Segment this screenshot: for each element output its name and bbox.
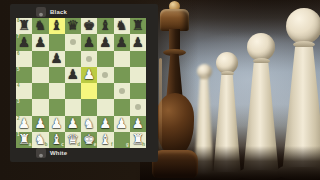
- square-a2[interactable]: 2♟: [16, 116, 32, 132]
- piece-white-pawn[interactable]: ♟: [83, 68, 95, 82]
- square-c5[interactable]: [49, 67, 65, 83]
- square-f2[interactable]: ♟: [97, 116, 113, 132]
- piece-black-pawn[interactable]: ♟: [18, 36, 30, 50]
- square-c8[interactable]: ♝: [49, 18, 65, 34]
- piece-white-king[interactable]: ♚: [83, 133, 95, 147]
- square-c6[interactable]: ♟: [49, 51, 65, 67]
- piece-white-pawn[interactable]: ♟: [67, 117, 79, 131]
- piece-black-pawn[interactable]: ♟: [67, 68, 79, 82]
- square-h7[interactable]: ♟: [130, 34, 146, 50]
- square-h5[interactable]: [130, 67, 146, 83]
- square-d4[interactable]: [65, 83, 81, 99]
- move-hint-dot: [86, 56, 92, 62]
- square-f1[interactable]: f♝: [97, 132, 113, 148]
- player-avatar-white[interactable]: [36, 148, 46, 158]
- chess-app-panel: Black 8♜♞♝♛♚♝♞♜7♟♟♟♟♟♟6♟5♟♟432♟♟♟♟♞♟♟♟1a…: [10, 4, 158, 162]
- piece-white-knight[interactable]: ♞: [34, 133, 46, 147]
- square-e5[interactable]: ♟: [81, 67, 97, 83]
- player-row-black: Black: [36, 7, 67, 17]
- piece-black-pawn[interactable]: ♟: [34, 36, 46, 50]
- square-b5[interactable]: [32, 67, 48, 83]
- coord-rank-4: 4: [17, 84, 20, 89]
- square-d6[interactable]: [65, 51, 81, 67]
- piece-white-pawn[interactable]: ♟: [99, 117, 111, 131]
- square-e3[interactable]: [81, 99, 97, 115]
- piece-white-pawn[interactable]: ♟: [116, 117, 128, 131]
- square-d3[interactable]: [65, 99, 81, 115]
- player-avatar-black[interactable]: [36, 7, 46, 17]
- piece-black-king[interactable]: ♚: [83, 19, 95, 33]
- piece-black-pawn[interactable]: ♟: [99, 36, 111, 50]
- square-f3[interactable]: [97, 99, 113, 115]
- player-row-white: White: [36, 148, 67, 158]
- piece-black-pawn[interactable]: ♟: [83, 36, 95, 50]
- square-e6[interactable]: [81, 51, 97, 67]
- square-h3[interactable]: [130, 99, 146, 115]
- piece-black-knight[interactable]: ♞: [34, 19, 46, 33]
- square-b7[interactable]: ♟: [32, 34, 48, 50]
- square-a7[interactable]: 7♟: [16, 34, 32, 50]
- square-a1[interactable]: 1a♜: [16, 132, 32, 148]
- chess-board[interactable]: 8♜♞♝♛♚♝♞♜7♟♟♟♟♟♟6♟5♟♟432♟♟♟♟♞♟♟♟1a♜b♞c♝d…: [16, 18, 146, 148]
- square-a5[interactable]: 5: [16, 67, 32, 83]
- piece-white-queen[interactable]: ♛: [67, 133, 79, 147]
- square-g5[interactable]: [114, 67, 130, 83]
- square-f6[interactable]: [97, 51, 113, 67]
- square-g1[interactable]: g: [114, 132, 130, 148]
- square-d5[interactable]: ♟: [65, 67, 81, 83]
- square-f8[interactable]: ♝: [97, 18, 113, 34]
- square-b8[interactable]: ♞: [32, 18, 48, 34]
- square-c2[interactable]: ♟: [49, 116, 65, 132]
- square-f4[interactable]: [97, 83, 113, 99]
- coord-file-g: g: [126, 143, 129, 148]
- piece-black-bishop[interactable]: ♝: [51, 19, 63, 33]
- square-b3[interactable]: [32, 99, 48, 115]
- piece-white-bishop[interactable]: ♝: [51, 133, 63, 147]
- square-a8[interactable]: 8♜: [16, 18, 32, 34]
- piece-white-pawn[interactable]: ♟: [18, 117, 30, 131]
- user-icon: [36, 152, 46, 158]
- piece-black-rook[interactable]: ♜: [18, 19, 30, 33]
- square-b2[interactable]: ♟: [32, 116, 48, 132]
- king-highlight: [159, 58, 162, 150]
- piece-white-pawn[interactable]: ♟: [34, 117, 46, 131]
- square-g6[interactable]: [114, 51, 130, 67]
- pawn-collar: [293, 41, 315, 48]
- square-c7[interactable]: [49, 34, 65, 50]
- square-f7[interactable]: ♟: [97, 34, 113, 50]
- square-f5[interactable]: [97, 67, 113, 83]
- pawn-head: [286, 8, 320, 44]
- square-h6[interactable]: [130, 51, 146, 67]
- square-e2[interactable]: ♞: [81, 116, 97, 132]
- coord-rank-5: 5: [17, 68, 20, 73]
- player-name-white: White: [50, 148, 67, 158]
- piece-white-bishop[interactable]: ♝: [99, 133, 111, 147]
- piece-black-knight[interactable]: ♞: [116, 19, 128, 33]
- square-g3[interactable]: [114, 99, 130, 115]
- square-h1[interactable]: h♜: [130, 132, 146, 148]
- screenshot-root: Black 8♜♞♝♛♚♝♞♜7♟♟♟♟♟♟6♟5♟♟432♟♟♟♟♞♟♟♟1a…: [0, 0, 320, 180]
- square-g2[interactable]: ♟: [114, 116, 130, 132]
- move-hint-dot: [102, 72, 108, 78]
- square-e7[interactable]: ♟: [81, 34, 97, 50]
- user-icon: [36, 11, 46, 17]
- square-d2[interactable]: ♟: [65, 116, 81, 132]
- square-e4[interactable]: [81, 83, 97, 99]
- square-b6[interactable]: [32, 51, 48, 67]
- square-c4[interactable]: [49, 83, 65, 99]
- piece-white-rook[interactable]: ♜: [132, 133, 144, 147]
- piece-black-pawn[interactable]: ♟: [132, 36, 144, 50]
- square-g4[interactable]: [114, 83, 130, 99]
- piece-white-pawn[interactable]: ♟: [132, 117, 144, 131]
- square-e1[interactable]: e♚: [81, 132, 97, 148]
- piece-white-pawn[interactable]: ♟: [51, 117, 63, 131]
- square-b4[interactable]: [32, 83, 48, 99]
- piece-white-knight[interactable]: ♞: [83, 117, 95, 131]
- coord-rank-6: 6: [17, 52, 20, 57]
- king-crown: [160, 9, 189, 31]
- piece-white-rook[interactable]: ♜: [18, 133, 30, 147]
- move-hint-dot: [135, 104, 141, 110]
- square-c3[interactable]: [49, 99, 65, 115]
- piece-black-queen[interactable]: ♛: [67, 19, 79, 33]
- piece-black-pawn[interactable]: ♟: [51, 52, 63, 66]
- square-c1[interactable]: c♝: [49, 132, 65, 148]
- coord-rank-3: 3: [17, 100, 20, 105]
- pawn-head: [247, 33, 275, 61]
- piece-black-bishop[interactable]: ♝: [99, 19, 111, 33]
- square-a4[interactable]: 4: [16, 83, 32, 99]
- king-stem: [165, 54, 184, 96]
- move-hint-dot: [119, 88, 125, 94]
- king-base: [152, 150, 198, 178]
- square-h4[interactable]: [130, 83, 146, 99]
- square-a6[interactable]: 6: [16, 51, 32, 67]
- square-h2[interactable]: ♟: [130, 116, 146, 132]
- square-d7[interactable]: [65, 34, 81, 50]
- square-d1[interactable]: d♛: [65, 132, 81, 148]
- square-h8[interactable]: ♜: [130, 18, 146, 34]
- square-e8[interactable]: ♚: [81, 18, 97, 34]
- piece-black-rook[interactable]: ♜: [132, 19, 144, 33]
- square-g8[interactable]: ♞: [114, 18, 130, 34]
- square-g7[interactable]: ♟: [114, 34, 130, 50]
- player-name-black: Black: [50, 7, 67, 17]
- king-neck: [169, 29, 180, 51]
- move-hint-dot: [70, 39, 76, 45]
- piece-black-pawn[interactable]: ♟: [116, 36, 128, 50]
- square-d8[interactable]: ♛: [65, 18, 81, 34]
- square-a3[interactable]: 3: [16, 99, 32, 115]
- square-b1[interactable]: b♞: [32, 132, 48, 148]
